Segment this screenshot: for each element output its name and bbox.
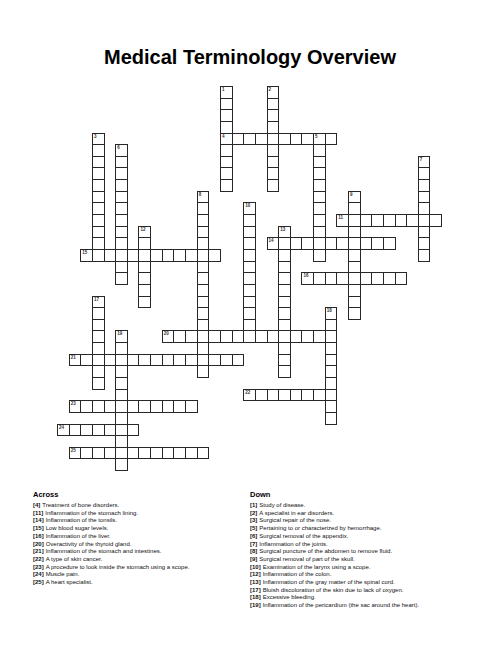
clue-text: Inflammation of the joints. — [259, 541, 327, 547]
clue-text: Surgical removal of the appendix. — [259, 533, 348, 539]
clue-number: [8] — [250, 548, 257, 554]
down-clue-list: [1]Study of disease.[2]A specialist in e… — [250, 502, 495, 610]
grid-cell[interactable] — [267, 179, 280, 192]
clue-number-label: 1 — [222, 87, 225, 92]
down-heading: Down — [250, 490, 495, 499]
clue-number: [17] — [250, 587, 261, 593]
clue-item: [22]A type of skin cancer. — [33, 556, 247, 564]
grid-cell[interactable] — [185, 249, 198, 262]
clue-item: [25]A heart specialist. — [33, 579, 247, 587]
grid-cell[interactable] — [197, 365, 210, 378]
clue-number-label: 9 — [350, 192, 353, 197]
clue-text: Surgical removal of part of the skull. — [259, 556, 354, 562]
clue-text: Inflammation of the stomach lining. — [45, 510, 138, 516]
clue-number: [20] — [33, 541, 44, 547]
clue-item: [15]Low blood sugar levels. — [33, 525, 247, 533]
grid-cell[interactable] — [267, 330, 280, 343]
clue-number-label: 21 — [71, 355, 76, 360]
clue-number-label: 23 — [71, 401, 76, 406]
clue-item: [16]Inflammation of the liver. — [33, 533, 247, 541]
across-heading: Across — [33, 490, 247, 499]
clue-text: Muscle pain. — [46, 571, 80, 577]
clue-number-label: 12 — [140, 227, 145, 232]
clue-text: Examination of the larynx using a scope. — [263, 564, 371, 570]
clue-item: [10]Examination of the larynx using a sc… — [250, 564, 495, 572]
clue-number-label: 6 — [117, 145, 120, 150]
clue-number-label: 13 — [280, 227, 285, 232]
clue-item: [19]Inflammation of the pericardium (the… — [250, 602, 495, 610]
grid-cell[interactable] — [80, 354, 93, 367]
grid-cell[interactable] — [429, 214, 442, 227]
clue-number-label: 17 — [94, 297, 99, 302]
clue-item: [5]Pertaining to or characterized by hem… — [250, 525, 495, 533]
clue-number-label: 4 — [222, 134, 225, 139]
clue-item: [6]Surgical removal of the appendix. — [250, 533, 495, 541]
clue-text: Pertaining to or characterized by hemorr… — [259, 525, 381, 531]
clue-text: Inflammation of the stomach and intestin… — [46, 548, 162, 554]
clue-text: Inflammation of the gray matter of the s… — [263, 579, 395, 585]
clue-number: [3] — [250, 517, 257, 523]
grid-cell[interactable] — [232, 354, 245, 367]
grid-cell[interactable] — [104, 249, 117, 262]
grid-cell[interactable] — [104, 447, 117, 460]
clue-text: A type of skin cancer. — [46, 556, 103, 562]
grid-cell[interactable] — [313, 249, 326, 262]
clue-number: [7] — [250, 541, 257, 547]
grid-cell[interactable]: 11 — [336, 214, 349, 227]
grid-cell[interactable] — [104, 424, 117, 437]
grid-cell[interactable] — [336, 237, 349, 250]
clue-number: [5] — [250, 525, 257, 531]
grid-cell[interactable] — [185, 330, 198, 343]
clue-number: [12] — [250, 571, 261, 577]
clue-text: Surgical puncture of the abdomen to remo… — [259, 548, 392, 554]
clue-number: [15] — [33, 525, 44, 531]
grid-cell[interactable] — [383, 237, 396, 250]
clue-number: [6] — [250, 533, 257, 539]
across-clue-list: [4]Treatment of bone disorders.[11]Infla… — [33, 502, 247, 587]
grid-cell[interactable] — [115, 458, 128, 471]
clue-item: [21]Inflammation of the stomach and inte… — [33, 548, 247, 556]
clue-number-label: 18 — [327, 308, 332, 313]
grid-cell[interactable] — [395, 272, 408, 285]
clue-item: [7]Inflammation of the joints. — [250, 541, 495, 549]
puzzle-title: Medical Terminology Overview — [0, 46, 500, 69]
grid-cell[interactable] — [406, 214, 419, 227]
clue-number-label: 19 — [117, 331, 122, 336]
grid-cell[interactable] — [325, 412, 338, 425]
clue-number-label: 11 — [338, 215, 343, 220]
clue-text: Study of disease. — [259, 502, 305, 508]
clue-number-label: 3 — [94, 134, 97, 139]
clue-item: [18]Excessive bleeding. — [250, 594, 495, 602]
clues-down-section: Down [1]Study of disease.[2]A specialist… — [250, 490, 495, 610]
clue-number-label: 7 — [420, 157, 423, 162]
clue-number-label: 25 — [71, 448, 76, 453]
clue-number: [19] — [250, 602, 261, 608]
clue-number: [11] — [33, 510, 43, 516]
clue-item: [4]Treatment of bone disorders. — [33, 502, 247, 510]
crossword-grid: 1423567891011121314151617181920212223242… — [57, 86, 443, 472]
clue-text: Bluish discoloration of the skin due to … — [263, 587, 404, 593]
clue-number: [13] — [250, 579, 261, 585]
clue-number: [23] — [33, 564, 44, 570]
clue-item: [14]Inflammation of the tonsils. — [33, 517, 247, 525]
grid-cell[interactable]: 14 — [267, 237, 280, 250]
clue-number: [18] — [250, 594, 261, 600]
clue-number: [1] — [250, 502, 257, 508]
grid-cell[interactable] — [185, 400, 198, 413]
clue-number: [16] — [33, 533, 44, 539]
clue-number: [24] — [33, 571, 44, 577]
clue-number-label: 16 — [303, 273, 308, 278]
clue-number: [9] — [250, 556, 257, 562]
clue-text: A procedure to look inside the stomach u… — [46, 564, 190, 570]
clue-item: [24]Muscle pain. — [33, 571, 247, 579]
grid-cell[interactable] — [232, 330, 245, 343]
clue-item: [9]Surgical removal of part of the skull… — [250, 556, 495, 564]
grid-cell[interactable] — [418, 249, 431, 262]
clue-number: [21] — [33, 548, 44, 554]
clue-text: Excessive bleeding. — [263, 594, 316, 600]
grid-cell[interactable] — [197, 447, 210, 460]
clue-item: [8]Surgical puncture of the abdomen to r… — [250, 548, 495, 556]
grid-cell[interactable] — [255, 133, 268, 146]
grid-cell[interactable] — [313, 330, 326, 343]
clue-text: Inflammation of the liver. — [46, 533, 111, 539]
grid-cell[interactable] — [336, 272, 349, 285]
clue-text: Inflammation of the pericardium (the sac… — [263, 602, 419, 608]
clue-text: Surgical repair of the nose. — [259, 517, 331, 523]
grid-cell[interactable]: 15 — [80, 249, 93, 262]
grid-cell[interactable] — [325, 133, 338, 146]
clue-item: [12]Inflammation of the colon. — [250, 571, 495, 579]
grid-cell[interactable] — [127, 424, 140, 437]
clue-number-label: 15 — [82, 250, 87, 255]
clue-text: Treatment of bone disorders. — [42, 502, 119, 508]
clue-number-label: 8 — [199, 192, 202, 197]
clue-text: Inflammation of the tonsils. — [46, 517, 117, 523]
clue-item: [3]Surgical repair of the nose. — [250, 517, 495, 525]
clue-item: [20]Overactivity of the thyroid gland. — [33, 541, 247, 549]
grid-cell[interactable] — [220, 179, 233, 192]
clue-text: Inflammation of the colon. — [263, 571, 332, 577]
grid-cell[interactable] — [104, 354, 117, 367]
clue-number-label: 22 — [245, 390, 250, 395]
clue-item: [17]Bluish discoloration of the skin due… — [250, 587, 495, 595]
clue-text: A specialist in ear disorders. — [259, 510, 334, 516]
clue-item: [13]Inflammation of the gray matter of t… — [250, 579, 495, 587]
clue-number: [25] — [33, 579, 44, 585]
grid-cell[interactable] — [127, 249, 140, 262]
grid-cell[interactable] — [92, 377, 105, 390]
clue-item: [23]A procedure to look inside the stoma… — [33, 564, 247, 572]
clue-number-label: 24 — [59, 425, 64, 430]
clue-number-label: 20 — [164, 331, 169, 336]
clue-number-label: 2 — [269, 87, 272, 92]
clue-number-label: 5 — [315, 134, 318, 139]
clue-text: Overactivity of the thyroid gland. — [46, 541, 132, 547]
clue-item: [2]A specialist in ear disorders. — [250, 510, 495, 518]
clue-number: [14] — [33, 517, 44, 523]
crossword-worksheet: Medical Terminology Overview 14235678910… — [0, 0, 500, 647]
clue-item: [11]Inflammation of the stomach lining. — [33, 510, 247, 518]
clue-text: Low blood sugar levels. — [46, 525, 109, 531]
grid-cell[interactable] — [208, 249, 221, 262]
grid-cell[interactable] — [301, 237, 314, 250]
clue-number-label: 14 — [269, 238, 274, 243]
grid-cell[interactable] — [138, 296, 151, 309]
grid-cell[interactable] — [115, 272, 128, 285]
grid-cell[interactable] — [313, 389, 326, 402]
clue-number: [10] — [250, 564, 261, 570]
grid-cell[interactable] — [185, 354, 198, 367]
clue-number: [2] — [250, 510, 257, 516]
grid-cell[interactable] — [104, 400, 117, 413]
clue-number: [4] — [33, 502, 40, 508]
clue-number: [22] — [33, 556, 44, 562]
clues-across-section: Across [4]Treatment of bone disorders.[1… — [33, 490, 247, 587]
grid-cell[interactable] — [348, 307, 361, 320]
clue-item: [1]Study of disease. — [250, 502, 495, 510]
clue-number-label: 10 — [245, 203, 250, 208]
grid-cell[interactable] — [278, 365, 291, 378]
clue-text: A heart specialist. — [46, 579, 93, 585]
